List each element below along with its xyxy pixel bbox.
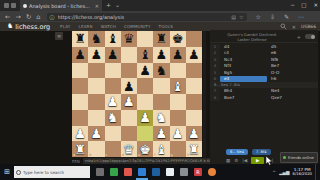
square-f8[interactable]: ♜ bbox=[153, 31, 169, 47]
square-b8[interactable]: ♞ bbox=[88, 31, 104, 47]
square-f1[interactable]: ♝f bbox=[153, 141, 169, 157]
square-f2[interactable]: ♟ bbox=[153, 126, 169, 142]
taskbar-app-icon-1[interactable] bbox=[96, 168, 104, 176]
square-a4[interactable] bbox=[72, 94, 88, 110]
reading-view-icon[interactable]: ▤ bbox=[231, 14, 236, 20]
square-g7[interactable]: ♟ bbox=[170, 47, 186, 63]
square-h8[interactable] bbox=[186, 31, 202, 47]
square-a7[interactable]: ♟ bbox=[72, 47, 88, 63]
square-f4[interactable] bbox=[153, 94, 169, 110]
gear-icon[interactable]: ⚙ bbox=[234, 158, 238, 163]
window-maximize-button[interactable]: □ bbox=[301, 0, 306, 11]
url-field[interactable]: ⓘ https://lichess.org/analysis ▤ ☆ bbox=[47, 13, 247, 21]
tab-title: Analysis board - liches... bbox=[29, 3, 93, 9]
search-icon[interactable] bbox=[280, 23, 287, 30]
square-c7[interactable]: ♟ bbox=[105, 47, 121, 63]
friends-online-toast[interactable]: friends online bbox=[280, 152, 318, 163]
square-a6[interactable] bbox=[72, 63, 88, 79]
square-g8[interactable]: ♚ bbox=[170, 31, 186, 47]
square-b1[interactable]: b bbox=[88, 141, 104, 157]
white-p-piece[interactable]: ♟ bbox=[107, 95, 119, 108]
hub-icon[interactable]: ☆ bbox=[256, 13, 261, 20]
lichess-logo[interactable]: ♞ lichess.org bbox=[7, 22, 50, 31]
opening-name-line2: Lasker Defense bbox=[210, 37, 294, 42]
board-menu-icon[interactable]: ▦ bbox=[226, 158, 230, 163]
square-e1[interactable]: ♚e bbox=[137, 141, 153, 157]
square-h6[interactable] bbox=[186, 63, 202, 79]
next-move-button[interactable]: ▶ bbox=[251, 157, 264, 164]
pinned-tab-icon[interactable] bbox=[11, 3, 16, 8]
white-p-piece[interactable]: ♟ bbox=[91, 127, 103, 140]
variation-chip[interactable]: 7. Bf4 bbox=[252, 149, 271, 155]
window-minimize-button[interactable]: ─ bbox=[291, 0, 294, 11]
taskbar-app-icon-5[interactable] bbox=[152, 168, 160, 176]
white-r-piece[interactable]: ♜ bbox=[188, 143, 200, 156]
nav-watch[interactable]: WATCH bbox=[101, 24, 116, 29]
file-coordinate: h bbox=[187, 153, 189, 157]
square-a2[interactable]: ♟ bbox=[72, 126, 88, 142]
taskbar-app-icon-2[interactable] bbox=[110, 168, 118, 176]
start-button[interactable]: ⊞ bbox=[0, 168, 14, 176]
knight-logo-icon: ♞ bbox=[7, 22, 13, 31]
black-b-piece[interactable]: ♝ bbox=[139, 48, 151, 61]
square-g3[interactable] bbox=[170, 110, 186, 126]
first-move-icon[interactable]: |◀ bbox=[242, 158, 247, 163]
black-p-piece[interactable]: ♟ bbox=[74, 48, 86, 61]
screen: Analysis board - liches... ✕ + ⌄ ─ □ ✕ ←… bbox=[0, 0, 320, 180]
black-p-piece[interactable]: ♟ bbox=[139, 64, 151, 77]
clock-date: 6/16/2020 bbox=[293, 172, 312, 177]
file-coordinate: a bbox=[73, 153, 75, 157]
square-c6[interactable] bbox=[105, 63, 121, 79]
square-d3[interactable] bbox=[121, 110, 137, 126]
black-n-piece[interactable]: ♞ bbox=[91, 32, 103, 45]
file-coordinate: c bbox=[106, 153, 108, 157]
square-h2[interactable]: ♟ bbox=[186, 126, 202, 142]
pinned-tab-icon[interactable] bbox=[4, 3, 9, 8]
white-q-piece[interactable]: ♛ bbox=[123, 143, 135, 156]
settings-more-icon[interactable]: ⋯ bbox=[298, 13, 304, 20]
tab-favicon-icon bbox=[23, 4, 27, 8]
white-r-piece[interactable]: ♜ bbox=[74, 143, 86, 156]
challenge-icon[interactable]: ✕ bbox=[292, 24, 296, 30]
square-g2[interactable]: ♟ bbox=[170, 126, 186, 142]
chess-board: ♜♞♝♛♜♚♟♟♟♝♟♟♟♟♞♟♝♟♟♞♟♞♟♟♟♟♟♜abc♛d♚e♝fg♜h bbox=[72, 31, 202, 157]
new-tab-button[interactable]: + bbox=[106, 1, 111, 8]
search-placeholder: Type here to search bbox=[23, 170, 64, 175]
move-5-w[interactable]: Bg5 bbox=[220, 70, 267, 76]
square-f7[interactable]: ♟ bbox=[153, 47, 169, 63]
square-b5[interactable] bbox=[88, 78, 104, 94]
square-e4[interactable] bbox=[137, 94, 153, 110]
black-p-piece[interactable]: ♟ bbox=[107, 48, 119, 61]
taskbar-app-icon-8[interactable]: R bbox=[194, 168, 202, 176]
site-nav: PLAYLEARNWATCHCOMMUNITYTOOLS bbox=[60, 24, 173, 29]
white-p-piece[interactable]: ♟ bbox=[139, 111, 151, 124]
tab-preview-chevron-icon[interactable]: ⌄ bbox=[115, 1, 120, 8]
white-p-piece[interactable]: ♟ bbox=[172, 127, 184, 140]
file-coordinate: b bbox=[89, 153, 91, 157]
taskbar-app-icon-7[interactable] bbox=[180, 168, 188, 176]
move-list: 1d4d52c4e63Nc3Nf64Nf3Be75Bg5O-O6e3h66...… bbox=[210, 43, 318, 101]
browser-addressbar: ← → ↻ ⌂ ⓘ https://lichess.org/analysis ▤… bbox=[0, 11, 320, 22]
move-6-b[interactable]: h6 bbox=[267, 76, 314, 82]
square-d1[interactable]: ♛d bbox=[121, 141, 137, 157]
square-e7[interactable]: ♝ bbox=[137, 47, 153, 63]
square-a5[interactable] bbox=[72, 78, 88, 94]
toast-text: friends online bbox=[288, 155, 314, 160]
action-center-button[interactable] bbox=[315, 164, 318, 180]
square-e5[interactable] bbox=[137, 78, 153, 94]
square-c3[interactable]: ♞ bbox=[105, 110, 121, 126]
online-dot-icon bbox=[283, 156, 286, 159]
square-h7[interactable]: ♟ bbox=[186, 47, 202, 63]
toggle-knob bbox=[311, 35, 315, 39]
black-q-piece[interactable]: ♛ bbox=[123, 32, 135, 45]
browser-titlebar: Analysis board - liches... ✕ + ⌄ ─ □ ✕ bbox=[0, 0, 320, 11]
site-info-icon[interactable]: ⓘ bbox=[50, 14, 55, 20]
panel-plus-icon[interactable]: + bbox=[297, 34, 301, 40]
taskbar-app-icon-3[interactable] bbox=[124, 168, 132, 176]
file-coordinate: f bbox=[154, 153, 155, 157]
username-menu[interactable]: USB66 bbox=[301, 24, 316, 29]
square-e6[interactable]: ♟ bbox=[137, 63, 153, 79]
square-b7[interactable]: ♟ bbox=[88, 47, 104, 63]
black-k-piece[interactable]: ♚ bbox=[172, 32, 184, 45]
home-icon[interactable]: ⌂ bbox=[36, 13, 40, 21]
forward-icon[interactable]: → bbox=[15, 13, 20, 21]
panel-header: Queen's Gambit Declined: Lasker Defense … bbox=[210, 30, 318, 43]
tab-close-icon[interactable]: ✕ bbox=[95, 3, 99, 9]
white-p-piece[interactable]: ♟ bbox=[156, 127, 168, 140]
white-k-piece[interactable]: ♚ bbox=[139, 143, 151, 156]
square-d2[interactable] bbox=[121, 126, 137, 142]
square-b6[interactable] bbox=[88, 63, 104, 79]
side-menu-button[interactable]: ≡ bbox=[55, 32, 63, 40]
square-f5[interactable] bbox=[153, 78, 169, 94]
system-tray: ^ ▂▄▆ 1:17 PM 6/16/2020 bbox=[272, 164, 318, 180]
window-close-button[interactable]: ✕ bbox=[313, 0, 318, 11]
annotate-icon[interactable]: ✎ bbox=[284, 13, 289, 20]
nav-tools[interactable]: TOOLS bbox=[159, 24, 174, 29]
black-b-piece[interactable]: ♝ bbox=[107, 32, 119, 45]
windows-taskbar: ⊞ Type here to search R ^ ▂▄▆ 1:17 PM 6/… bbox=[0, 164, 320, 180]
square-c2[interactable] bbox=[105, 126, 121, 142]
black-p-piece[interactable]: ♟ bbox=[188, 48, 200, 61]
square-d6[interactable] bbox=[121, 63, 137, 79]
white-p-piece[interactable]: ♟ bbox=[188, 127, 200, 140]
taskbar-app-icon-4[interactable] bbox=[138, 168, 146, 176]
logo-text: lichess.org bbox=[15, 23, 50, 31]
square-g5[interactable]: ♝ bbox=[170, 78, 186, 94]
cortana-icon bbox=[16, 170, 21, 175]
white-n-piece[interactable]: ♞ bbox=[156, 111, 168, 124]
taskbar-icons: R bbox=[96, 168, 216, 176]
square-c8[interactable]: ♝ bbox=[105, 31, 121, 47]
square-f6[interactable]: ♞ bbox=[153, 63, 169, 79]
square-g1[interactable]: g bbox=[170, 141, 186, 157]
analysis-panel: Queen's Gambit Declined: Lasker Defense … bbox=[210, 30, 318, 164]
eval-gauge bbox=[203, 31, 206, 157]
square-g4[interactable] bbox=[170, 94, 186, 110]
square-g6[interactable] bbox=[170, 63, 186, 79]
square-e3[interactable]: ♟ bbox=[137, 110, 153, 126]
black-n-piece[interactable]: ♞ bbox=[156, 64, 168, 77]
refresh-icon[interactable]: ↻ bbox=[26, 13, 31, 21]
fen-label: FEN bbox=[72, 159, 80, 164]
tray-caret-icon[interactable]: ^ bbox=[272, 170, 276, 175]
nav-learn[interactable]: LEARN bbox=[79, 24, 93, 29]
favorite-star-icon[interactable]: ☆ bbox=[239, 14, 243, 20]
variation-chip[interactable]: 6... Ne4 bbox=[226, 149, 248, 155]
nav-play[interactable]: PLAY bbox=[60, 24, 70, 29]
square-d8[interactable]: ♛ bbox=[121, 31, 137, 47]
url-text[interactable]: https://lichess.org/analysis bbox=[58, 14, 229, 20]
white-p-piece[interactable]: ♟ bbox=[74, 127, 86, 140]
move-8-w[interactable]: Bxe7 bbox=[220, 95, 267, 101]
white-b-piece[interactable]: ♝ bbox=[156, 143, 168, 156]
square-c1[interactable]: c bbox=[105, 141, 121, 157]
square-h5[interactable] bbox=[186, 78, 202, 94]
move-8-b[interactable]: Qxe7 bbox=[267, 95, 314, 101]
square-b4[interactable] bbox=[88, 94, 104, 110]
move-number: 8 bbox=[210, 95, 220, 101]
black-p-piece[interactable]: ♟ bbox=[91, 48, 103, 61]
file-coordinate: g bbox=[171, 153, 173, 157]
square-h3[interactable] bbox=[186, 110, 202, 126]
file-coordinate: e bbox=[138, 153, 140, 157]
mouse-cursor bbox=[266, 156, 274, 166]
black-p-piece[interactable]: ♟ bbox=[172, 48, 184, 61]
square-d7[interactable] bbox=[121, 47, 137, 63]
taskbar-search-input[interactable]: Type here to search bbox=[14, 166, 90, 178]
square-b3[interactable] bbox=[88, 110, 104, 126]
square-c5[interactable] bbox=[105, 78, 121, 94]
square-f3[interactable]: ♞ bbox=[153, 110, 169, 126]
network-icon[interactable]: ▂▄▆ bbox=[279, 170, 289, 175]
square-e8[interactable] bbox=[137, 31, 153, 47]
square-h4[interactable] bbox=[186, 94, 202, 110]
square-a3[interactable] bbox=[72, 110, 88, 126]
square-a1[interactable]: ♜a bbox=[72, 141, 88, 157]
black-r-piece[interactable]: ♜ bbox=[74, 32, 86, 45]
black-p-piece[interactable]: ♟ bbox=[156, 48, 168, 61]
file-coordinate: d bbox=[122, 153, 124, 157]
black-p-piece[interactable]: ♟ bbox=[123, 80, 135, 93]
engine-toggle[interactable] bbox=[305, 34, 315, 39]
downloads-icon[interactable]: ⇩ bbox=[270, 13, 275, 20]
taskbar-app-icon-9[interactable] bbox=[208, 168, 216, 176]
square-a8[interactable]: ♜ bbox=[72, 31, 88, 47]
white-b-piece[interactable]: ♝ bbox=[172, 80, 184, 93]
taskbar-app-icon-6[interactable] bbox=[166, 168, 174, 176]
square-e2[interactable] bbox=[137, 126, 153, 142]
nav-community[interactable]: COMMUNITY bbox=[124, 24, 151, 29]
white-p-piece[interactable]: ♟ bbox=[123, 95, 135, 108]
black-r-piece[interactable]: ♜ bbox=[156, 32, 168, 45]
taskbar-clock[interactable]: 1:17 PM 6/16/2020 bbox=[293, 168, 312, 177]
move-row-8: 8Bxe7Qxe7 bbox=[210, 95, 318, 101]
square-d4[interactable]: ♟ bbox=[121, 94, 137, 110]
square-c4[interactable]: ♟ bbox=[105, 94, 121, 110]
square-d5[interactable]: ♟ bbox=[121, 78, 137, 94]
square-h1[interactable]: ♜h bbox=[186, 141, 202, 157]
browser-tab[interactable]: Analysis board - liches... ✕ bbox=[20, 0, 102, 11]
square-b2[interactable]: ♟ bbox=[88, 126, 104, 142]
white-n-piece[interactable]: ♞ bbox=[107, 111, 119, 124]
back-icon[interactable]: ← bbox=[5, 13, 10, 21]
